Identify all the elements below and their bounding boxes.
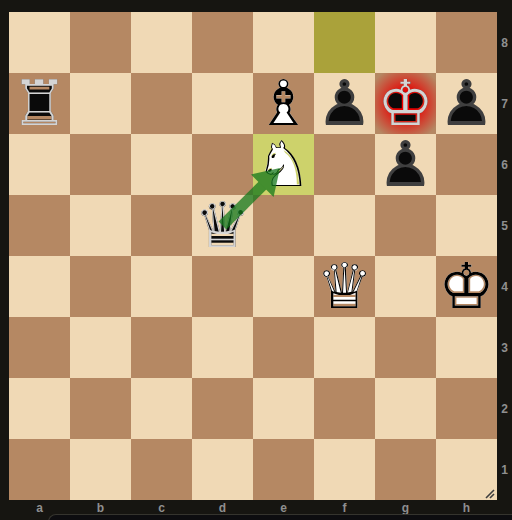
square-c6[interactable] xyxy=(131,134,192,195)
square-f3[interactable] xyxy=(314,317,375,378)
piece-white-king[interactable]: ♚♔ xyxy=(436,256,497,317)
square-d1[interactable] xyxy=(192,439,253,500)
white-knight-glyph-outline: ♘ xyxy=(255,134,311,195)
square-a3[interactable] xyxy=(9,317,70,378)
square-e3[interactable] xyxy=(253,317,314,378)
black-pawn-glyph-fill: ♟ xyxy=(316,73,372,134)
black-pawn-glyph-outline: ♙ xyxy=(316,73,372,134)
square-b3[interactable] xyxy=(70,317,131,378)
square-g3[interactable] xyxy=(375,317,436,378)
square-d3[interactable] xyxy=(192,317,253,378)
square-e4[interactable] xyxy=(253,256,314,317)
square-c7[interactable] xyxy=(131,73,192,134)
square-b5[interactable] xyxy=(70,195,131,256)
square-g8[interactable] xyxy=(375,12,436,73)
square-g1[interactable] xyxy=(375,439,436,500)
piece-black-king[interactable]: ♚♔ xyxy=(375,73,436,134)
black-rook-glyph-outline: ♖ xyxy=(11,73,67,134)
piece-white-bishop[interactable]: ♝♗ xyxy=(253,73,314,134)
square-b8[interactable] xyxy=(70,12,131,73)
square-f2[interactable] xyxy=(314,378,375,439)
square-c8[interactable] xyxy=(131,12,192,73)
square-e8[interactable] xyxy=(253,12,314,73)
square-h7[interactable]: ♟♙ xyxy=(436,73,497,134)
square-f6[interactable] xyxy=(314,134,375,195)
black-pawn-glyph-outline: ♙ xyxy=(438,73,494,134)
white-bishop-glyph-fill: ♝ xyxy=(255,73,311,134)
square-f5[interactable] xyxy=(314,195,375,256)
square-c5[interactable] xyxy=(131,195,192,256)
black-king-glyph-outline: ♔ xyxy=(377,73,433,134)
square-a4[interactable] xyxy=(9,256,70,317)
square-e7[interactable]: ♝♗ xyxy=(253,73,314,134)
square-e6[interactable]: ♞♘ xyxy=(253,134,314,195)
square-g7[interactable]: ♚♔ xyxy=(375,73,436,134)
white-queen-glyph-outline: ♕ xyxy=(316,256,372,317)
square-e5[interactable] xyxy=(253,195,314,256)
rank-label-2: 2 xyxy=(497,378,512,439)
square-a5[interactable] xyxy=(9,195,70,256)
square-h6[interactable] xyxy=(436,134,497,195)
piece-white-queen[interactable]: ♛♕ xyxy=(314,256,375,317)
square-a8[interactable] xyxy=(9,12,70,73)
piece-black-pawn[interactable]: ♟♙ xyxy=(375,134,436,195)
rank-label-4: 4 xyxy=(497,256,512,317)
square-f1[interactable] xyxy=(314,439,375,500)
square-g5[interactable] xyxy=(375,195,436,256)
square-b6[interactable] xyxy=(70,134,131,195)
black-pawn-glyph-fill: ♟ xyxy=(377,134,433,195)
white-bishop-glyph-outline: ♗ xyxy=(255,73,311,134)
square-h2[interactable] xyxy=(436,378,497,439)
square-d2[interactable] xyxy=(192,378,253,439)
black-queen-glyph-outline: ♕ xyxy=(194,195,250,256)
white-knight-glyph-fill: ♞ xyxy=(255,134,311,195)
square-d6[interactable] xyxy=(192,134,253,195)
black-pawn-glyph-outline: ♙ xyxy=(377,134,433,195)
piece-black-queen[interactable]: ♛♕ xyxy=(192,195,253,256)
rank-label-8: 8 xyxy=(497,12,512,73)
piece-black-pawn[interactable]: ♟♙ xyxy=(436,73,497,134)
square-d7[interactable] xyxy=(192,73,253,134)
black-queen-glyph-fill: ♛ xyxy=(194,195,250,256)
square-e2[interactable] xyxy=(253,378,314,439)
square-g6[interactable]: ♟♙ xyxy=(375,134,436,195)
piece-black-rook[interactable]: ♜♖ xyxy=(9,73,70,134)
square-h3[interactable] xyxy=(436,317,497,378)
white-king-glyph-outline: ♔ xyxy=(438,256,494,317)
square-a2[interactable] xyxy=(9,378,70,439)
square-h8[interactable] xyxy=(436,12,497,73)
square-h4[interactable]: ♚♔ xyxy=(436,256,497,317)
piece-white-knight[interactable]: ♞♘ xyxy=(253,134,314,195)
square-b1[interactable] xyxy=(70,439,131,500)
square-c4[interactable] xyxy=(131,256,192,317)
square-d5[interactable]: ♛♕ xyxy=(192,195,253,256)
rank-label-6: 6 xyxy=(497,134,512,195)
rank-label-1: 1 xyxy=(497,439,512,500)
rank-labels: 87654321 xyxy=(497,12,512,500)
bottom-panel[interactable] xyxy=(48,514,512,520)
black-pawn-glyph-fill: ♟ xyxy=(438,73,494,134)
chess-board[interactable]: ♜♖♝♗♟♙♚♔♟♙♞♘♟♙♛♕♛♕♚♔ xyxy=(9,12,497,500)
square-d8[interactable] xyxy=(192,12,253,73)
square-b4[interactable] xyxy=(70,256,131,317)
square-g4[interactable] xyxy=(375,256,436,317)
square-a6[interactable] xyxy=(9,134,70,195)
board-resize-handle-icon[interactable] xyxy=(483,487,496,500)
square-c2[interactable] xyxy=(131,378,192,439)
piece-black-pawn[interactable]: ♟♙ xyxy=(314,73,375,134)
black-rook-glyph-fill: ♜ xyxy=(11,73,67,134)
square-a1[interactable] xyxy=(9,439,70,500)
white-queen-glyph-fill: ♛ xyxy=(316,256,372,317)
square-h5[interactable] xyxy=(436,195,497,256)
square-f4[interactable]: ♛♕ xyxy=(314,256,375,317)
white-king-glyph-fill: ♚ xyxy=(438,256,494,317)
square-e1[interactable] xyxy=(253,439,314,500)
square-b2[interactable] xyxy=(70,378,131,439)
square-f8[interactable] xyxy=(314,12,375,73)
square-c3[interactable] xyxy=(131,317,192,378)
rank-label-3: 3 xyxy=(497,317,512,378)
square-g2[interactable] xyxy=(375,378,436,439)
square-f7[interactable]: ♟♙ xyxy=(314,73,375,134)
square-b7[interactable] xyxy=(70,73,131,134)
black-king-glyph-fill: ♚ xyxy=(377,73,433,134)
square-a7[interactable]: ♜♖ xyxy=(9,73,70,134)
square-c1[interactable] xyxy=(131,439,192,500)
rank-label-5: 5 xyxy=(497,195,512,256)
rank-label-7: 7 xyxy=(497,73,512,134)
square-d4[interactable] xyxy=(192,256,253,317)
